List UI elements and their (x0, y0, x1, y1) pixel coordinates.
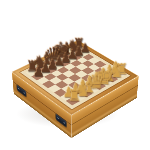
square-b3 (61, 85, 74, 93)
square-b6 (44, 73, 56, 80)
box-hinge-icon (56, 114, 67, 128)
square-a1 (66, 97, 79, 105)
square-c2 (74, 85, 87, 93)
square-a6 (37, 77, 50, 84)
square-d4 (68, 74, 80, 81)
square-f2 (93, 75, 106, 82)
square-d2 (80, 82, 93, 90)
square-e1 (93, 82, 106, 90)
square-b1 (73, 93, 86, 101)
square-b4 (55, 81, 68, 89)
square-c5 (56, 74, 68, 81)
square-a5 (42, 81, 55, 89)
square-d1 (87, 86, 100, 94)
square-a2 (60, 93, 73, 101)
square-f1 (100, 79, 113, 87)
chess-set-photo: ♜♞♝♛♚♝♞♜♟♟♟♟♟♟♟♟♟♟♟♟♟♟♟♟♜♞♝♛♚♝♞♜ (0, 0, 150, 150)
square-d3 (74, 78, 87, 86)
square-c1 (80, 89, 93, 97)
square-e2 (87, 78, 100, 86)
square-a4 (48, 85, 61, 93)
square-c4 (62, 77, 75, 85)
square-a3 (54, 89, 67, 97)
square-h1 (112, 72, 124, 79)
square-b2 (67, 89, 80, 97)
square-g1 (106, 75, 119, 82)
square-e3 (81, 74, 94, 81)
square-b5 (49, 77, 62, 85)
square-c3 (68, 81, 81, 89)
chess-box: ♜♞♝♛♚♝♞♜♟♟♟♟♟♟♟♟♟♟♟♟♟♟♟♟♜♞♝♛♚♝♞♜ (12, 40, 139, 115)
